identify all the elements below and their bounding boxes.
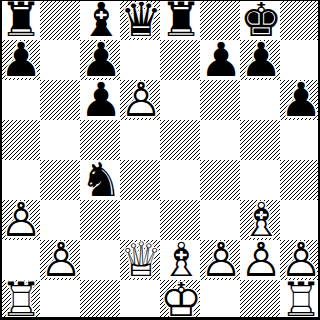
square-d1[interactable]	[120, 280, 160, 320]
square-a7[interactable]: ♟	[0, 40, 40, 80]
piece-black-queen-icon: ♛	[120, 0, 160, 40]
piece-black-pawn-icon: ♟	[240, 40, 280, 80]
square-g7[interactable]: ♟	[240, 40, 280, 80]
square-g2[interactable]: ♟♙	[240, 240, 280, 280]
square-e1[interactable]: ♚♔	[160, 280, 200, 320]
square-c6[interactable]: ♟	[80, 80, 120, 120]
black-piece-solid-layer: ♟	[240, 40, 280, 80]
white-piece-outline-layer: ♙	[0, 200, 40, 240]
square-f5[interactable]	[200, 120, 240, 160]
square-b8[interactable]	[40, 0, 80, 40]
square-b5[interactable]	[40, 120, 80, 160]
black-piece-solid-layer: ♛	[120, 0, 160, 40]
square-d6[interactable]: ♟♙	[120, 80, 160, 120]
square-h1[interactable]: ♜♖	[280, 280, 320, 320]
white-piece-outline-layer: ♙	[200, 240, 240, 280]
square-c1[interactable]	[80, 280, 120, 320]
piece-white-pawn-icon: ♟♙	[0, 200, 40, 240]
square-b1[interactable]	[40, 280, 80, 320]
white-piece-outline-layer: ♖	[0, 280, 40, 320]
piece-black-rook-icon: ♜	[160, 0, 200, 40]
square-a1[interactable]: ♜♖	[0, 280, 40, 320]
square-a3[interactable]: ♟♙	[0, 200, 40, 240]
white-piece-outline-layer: ♕	[120, 240, 160, 280]
square-f4[interactable]	[200, 160, 240, 200]
square-c3[interactable]	[80, 200, 120, 240]
piece-white-queen-icon: ♛♕	[120, 240, 160, 280]
black-piece-solid-layer: ♞	[80, 160, 120, 200]
piece-white-rook-icon: ♜♖	[280, 280, 320, 320]
black-piece-solid-layer: ♟	[0, 40, 40, 80]
square-h6[interactable]: ♟	[280, 80, 320, 120]
piece-white-pawn-icon: ♟♙	[120, 80, 160, 120]
piece-white-pawn-icon: ♟♙	[240, 240, 280, 280]
black-piece-solid-layer: ♜	[160, 0, 200, 40]
piece-black-pawn-icon: ♟	[200, 40, 240, 80]
white-piece-outline-layer: ♔	[160, 280, 200, 320]
square-c4[interactable]: ♞	[80, 160, 120, 200]
piece-white-pawn-icon: ♟♙	[200, 240, 240, 280]
piece-black-pawn-icon: ♟	[280, 80, 320, 120]
black-piece-solid-layer: ♟	[80, 80, 120, 120]
square-d5[interactable]	[120, 120, 160, 160]
square-g5[interactable]	[240, 120, 280, 160]
black-piece-solid-layer: ♟	[200, 40, 240, 80]
white-piece-outline-layer: ♙	[120, 80, 160, 120]
square-a6[interactable]	[0, 80, 40, 120]
square-e4[interactable]	[160, 160, 200, 200]
black-piece-solid-layer: ♟	[280, 80, 320, 120]
square-e5[interactable]	[160, 120, 200, 160]
square-d4[interactable]	[120, 160, 160, 200]
square-g6[interactable]	[240, 80, 280, 120]
square-b4[interactable]	[40, 160, 80, 200]
white-piece-outline-layer: ♙	[40, 240, 80, 280]
board-grid: ♜♝♛♜♚♟♟♟♟♟♟♙♟♞♟♙♝♗♟♙♛♕♝♗♟♙♟♙♟♙♜♖♚♔♜♖	[0, 0, 320, 320]
square-f1[interactable]	[200, 280, 240, 320]
square-e6[interactable]	[160, 80, 200, 120]
square-f7[interactable]: ♟	[200, 40, 240, 80]
piece-white-rook-icon: ♜♖	[0, 280, 40, 320]
square-d2[interactable]: ♛♕	[120, 240, 160, 280]
square-b2[interactable]: ♟♙	[40, 240, 80, 280]
white-piece-outline-layer: ♙	[240, 240, 280, 280]
white-piece-outline-layer: ♖	[280, 280, 320, 320]
square-a5[interactable]	[0, 120, 40, 160]
piece-white-king-icon: ♚♔	[160, 280, 200, 320]
square-f6[interactable]	[200, 80, 240, 120]
square-h8[interactable]	[280, 0, 320, 40]
chess-board: ♜♝♛♜♚♟♟♟♟♟♟♙♟♞♟♙♝♗♟♙♛♕♝♗♟♙♟♙♟♙♜♖♚♔♜♖	[0, 0, 320, 320]
square-e8[interactable]: ♜	[160, 0, 200, 40]
piece-black-pawn-icon: ♟	[80, 80, 120, 120]
square-f2[interactable]: ♟♙	[200, 240, 240, 280]
square-h5[interactable]	[280, 120, 320, 160]
square-e7[interactable]	[160, 40, 200, 80]
square-g1[interactable]	[240, 280, 280, 320]
piece-white-pawn-icon: ♟♙	[40, 240, 80, 280]
square-b6[interactable]	[40, 80, 80, 120]
square-b7[interactable]	[40, 40, 80, 80]
square-d8[interactable]: ♛	[120, 0, 160, 40]
piece-black-pawn-icon: ♟	[0, 40, 40, 80]
square-c2[interactable]	[80, 240, 120, 280]
piece-black-knight-icon: ♞	[80, 160, 120, 200]
square-h4[interactable]	[280, 160, 320, 200]
